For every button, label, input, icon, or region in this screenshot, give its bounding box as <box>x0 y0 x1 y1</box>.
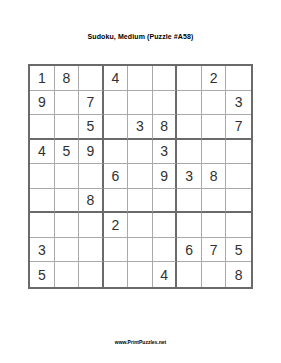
cell-r3c8[interactable] <box>202 115 227 140</box>
cell-r4c7[interactable] <box>177 140 202 165</box>
cell-r1c1[interactable]: 1 <box>30 66 55 91</box>
cell-r4c6[interactable]: 3 <box>153 140 178 165</box>
cell-r6c6[interactable] <box>153 189 178 214</box>
cell-r3c2[interactable] <box>55 115 80 140</box>
cell-r4c3[interactable]: 9 <box>79 140 104 165</box>
cell-r8c7[interactable]: 6 <box>177 238 202 263</box>
cell-r6c5[interactable] <box>128 189 153 214</box>
sudoku-board: 1842973538745936938823675548 <box>28 64 253 289</box>
cell-r5c8[interactable]: 8 <box>202 164 227 189</box>
cell-r1c4[interactable]: 4 <box>104 66 129 91</box>
cell-r1c9[interactable] <box>226 66 251 91</box>
cell-r8c6[interactable] <box>153 238 178 263</box>
cell-r9c9[interactable]: 8 <box>226 262 251 287</box>
cell-r7c5[interactable] <box>128 213 153 238</box>
cell-r6c7[interactable] <box>177 189 202 214</box>
puzzle-title: Sudoku, Medium (Puzzle #A58) <box>0 33 281 40</box>
cell-r3c4[interactable] <box>104 115 129 140</box>
cell-r4c9[interactable] <box>226 140 251 165</box>
cell-r9c5[interactable] <box>128 262 153 287</box>
cell-r9c1[interactable]: 5 <box>30 262 55 287</box>
cell-r3c1[interactable] <box>30 115 55 140</box>
cell-r3c7[interactable] <box>177 115 202 140</box>
cell-r2c3[interactable]: 7 <box>79 91 104 116</box>
cell-r8c9[interactable]: 5 <box>226 238 251 263</box>
cell-r2c6[interactable] <box>153 91 178 116</box>
cell-r2c5[interactable] <box>128 91 153 116</box>
cell-r9c4[interactable] <box>104 262 129 287</box>
cell-r8c8[interactable]: 7 <box>202 238 227 263</box>
cell-r6c1[interactable] <box>30 189 55 214</box>
cell-r7c7[interactable] <box>177 213 202 238</box>
cell-r9c6[interactable]: 4 <box>153 262 178 287</box>
cell-r3c9[interactable]: 7 <box>226 115 251 140</box>
cell-r5c5[interactable] <box>128 164 153 189</box>
cell-r4c5[interactable] <box>128 140 153 165</box>
cell-r5c3[interactable] <box>79 164 104 189</box>
cell-r6c4[interactable] <box>104 189 129 214</box>
cell-r2c7[interactable] <box>177 91 202 116</box>
cell-r9c8[interactable] <box>202 262 227 287</box>
cell-r7c3[interactable] <box>79 213 104 238</box>
cell-r5c6[interactable]: 9 <box>153 164 178 189</box>
cell-r7c2[interactable] <box>55 213 80 238</box>
cell-r2c2[interactable] <box>55 91 80 116</box>
cell-r1c6[interactable] <box>153 66 178 91</box>
cell-r4c1[interactable]: 4 <box>30 140 55 165</box>
cell-r9c3[interactable] <box>79 262 104 287</box>
cell-r6c2[interactable] <box>55 189 80 214</box>
cell-r1c3[interactable] <box>79 66 104 91</box>
cell-r2c9[interactable]: 3 <box>226 91 251 116</box>
cell-r8c3[interactable] <box>79 238 104 263</box>
cell-r2c1[interactable]: 9 <box>30 91 55 116</box>
cell-r9c7[interactable] <box>177 262 202 287</box>
cell-r6c9[interactable] <box>226 189 251 214</box>
cell-r8c2[interactable] <box>55 238 80 263</box>
cell-r4c4[interactable] <box>104 140 129 165</box>
footer-url: www.PrintPuzzles.net <box>0 339 281 345</box>
cell-r7c9[interactable] <box>226 213 251 238</box>
cell-r5c4[interactable]: 6 <box>104 164 129 189</box>
cell-r6c3[interactable]: 8 <box>79 189 104 214</box>
cell-r8c1[interactable]: 3 <box>30 238 55 263</box>
cell-r5c1[interactable] <box>30 164 55 189</box>
cell-r7c6[interactable] <box>153 213 178 238</box>
cell-r5c7[interactable]: 3 <box>177 164 202 189</box>
cell-r2c8[interactable] <box>202 91 227 116</box>
cell-r1c8[interactable]: 2 <box>202 66 227 91</box>
cell-r9c2[interactable] <box>55 262 80 287</box>
cell-r5c2[interactable] <box>55 164 80 189</box>
cell-r8c5[interactable] <box>128 238 153 263</box>
cell-r7c8[interactable] <box>202 213 227 238</box>
cell-r3c3[interactable]: 5 <box>79 115 104 140</box>
cell-r3c6[interactable]: 8 <box>153 115 178 140</box>
cell-r7c1[interactable] <box>30 213 55 238</box>
cell-r4c8[interactable] <box>202 140 227 165</box>
cell-r1c7[interactable] <box>177 66 202 91</box>
cell-r3c5[interactable]: 3 <box>128 115 153 140</box>
cell-r1c5[interactable] <box>128 66 153 91</box>
cell-r5c9[interactable] <box>226 164 251 189</box>
cell-r2c4[interactable] <box>104 91 129 116</box>
cell-r6c8[interactable] <box>202 189 227 214</box>
cell-r1c2[interactable]: 8 <box>55 66 80 91</box>
puzzle-page: Sudoku, Medium (Puzzle #A58) 18429735387… <box>0 0 281 363</box>
cell-r8c4[interactable] <box>104 238 129 263</box>
cell-r7c4[interactable]: 2 <box>104 213 129 238</box>
cell-r4c2[interactable]: 5 <box>55 140 80 165</box>
